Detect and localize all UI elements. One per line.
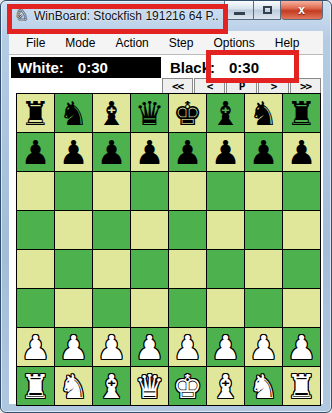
black-pawn-c7[interactable]: ♟ [97, 136, 127, 169]
window-content: White:0:30 Black:0:30 <<<P>>> ♜♞♝♛♚♝♞♜♟♟… [9, 55, 323, 404]
menu-item-step[interactable]: Step [159, 36, 204, 50]
white-pawn-d2[interactable]: ♟ [135, 331, 165, 364]
square-b6[interactable] [55, 172, 92, 210]
black-pawn-g7[interactable]: ♟ [249, 136, 279, 169]
square-h6[interactable] [283, 172, 320, 210]
square-g8[interactable]: ♞ [245, 94, 282, 132]
square-d6[interactable] [131, 172, 168, 210]
square-b3[interactable] [55, 289, 92, 327]
square-c2[interactable]: ♟ [93, 328, 130, 366]
menu-item-options[interactable]: Options [203, 36, 264, 50]
square-e7[interactable]: ♟ [169, 133, 206, 171]
maximize-icon [263, 6, 272, 14]
square-g6[interactable] [245, 172, 282, 210]
winboard-window: ♘ WinBoard: Stockfish 191216 64 P.. x Fi… [0, 0, 332, 413]
black-pawn-f7[interactable]: ♟ [211, 136, 241, 169]
square-h7[interactable]: ♟ [283, 133, 320, 171]
square-b8[interactable]: ♞ [55, 94, 92, 132]
square-f6[interactable] [207, 172, 244, 210]
square-b5[interactable] [55, 211, 92, 249]
square-e3[interactable] [169, 289, 206, 327]
square-a4[interactable] [17, 250, 54, 288]
square-a5[interactable] [17, 211, 54, 249]
white-pawn-b2[interactable]: ♟ [59, 331, 89, 364]
square-e5[interactable] [169, 211, 206, 249]
square-a7[interactable]: ♟ [17, 133, 54, 171]
square-g5[interactable] [245, 211, 282, 249]
menu-item-file[interactable]: File [16, 36, 55, 50]
black-knight-g8[interactable]: ♞ [249, 97, 279, 130]
square-h5[interactable] [283, 211, 320, 249]
square-h3[interactable] [283, 289, 320, 327]
square-f3[interactable] [207, 289, 244, 327]
square-f2[interactable]: ♟ [207, 328, 244, 366]
black-bishop-c8[interactable]: ♝ [97, 97, 127, 130]
square-b4[interactable] [55, 250, 92, 288]
black-rook-h8[interactable]: ♜ [287, 97, 317, 130]
square-g7[interactable]: ♟ [245, 133, 282, 171]
white-clock[interactable]: White:0:30 [11, 57, 161, 78]
square-e6[interactable] [169, 172, 206, 210]
white-pawn-f2[interactable]: ♟ [211, 331, 241, 364]
square-c3[interactable] [93, 289, 130, 327]
square-g4[interactable] [245, 250, 282, 288]
black-knight-b8[interactable]: ♞ [59, 97, 89, 130]
square-e2[interactable]: ♟ [169, 328, 206, 366]
white-knight-b1[interactable]: ♞ [59, 370, 89, 403]
square-a2[interactable]: ♟ [17, 328, 54, 366]
square-g3[interactable] [245, 289, 282, 327]
white-rook-a1[interactable]: ♜ [21, 370, 51, 403]
square-b2[interactable]: ♟ [55, 328, 92, 366]
square-c1[interactable]: ♝ [93, 367, 130, 405]
square-d2[interactable]: ♟ [131, 328, 168, 366]
close-icon: x [298, 3, 305, 17]
white-knight-g1[interactable]: ♞ [249, 370, 279, 403]
white-bishop-c1[interactable]: ♝ [97, 370, 127, 403]
square-h8[interactable]: ♜ [283, 94, 320, 132]
square-h2[interactable]: ♟ [283, 328, 320, 366]
annotation-red-box-title [7, 4, 228, 34]
maximize-button[interactable] [253, 1, 281, 20]
square-d1[interactable]: ♛ [131, 367, 168, 405]
minimize-icon [234, 12, 245, 15]
square-a6[interactable] [17, 172, 54, 210]
square-d7[interactable]: ♟ [131, 133, 168, 171]
chess-board: ♜♞♝♛♚♝♞♜♟♟♟♟♟♟♟♟♟♟♟♟♟♟♟♟♜♞♝♛♚♝♞♜ [16, 93, 321, 406]
square-f8[interactable]: ♝ [207, 94, 244, 132]
square-d4[interactable] [131, 250, 168, 288]
black-pawn-h7[interactable]: ♟ [287, 136, 317, 169]
black-rook-a8[interactable]: ♜ [21, 97, 51, 130]
square-c5[interactable] [93, 211, 130, 249]
square-a8[interactable]: ♜ [17, 94, 54, 132]
square-b1[interactable]: ♞ [55, 367, 92, 405]
white-pawn-a2[interactable]: ♟ [21, 331, 51, 364]
black-pawn-b7[interactable]: ♟ [59, 136, 89, 169]
square-b7[interactable]: ♟ [55, 133, 92, 171]
square-a1[interactable]: ♜ [17, 367, 54, 405]
white-king-e1[interactable]: ♚ [173, 370, 203, 403]
square-f4[interactable] [207, 250, 244, 288]
square-g2[interactable]: ♟ [245, 328, 282, 366]
black-pawn-a7[interactable]: ♟ [21, 136, 51, 169]
square-c7[interactable]: ♟ [93, 133, 130, 171]
black-pawn-d7[interactable]: ♟ [135, 136, 165, 169]
square-c6[interactable] [93, 172, 130, 210]
white-pawn-h2[interactable]: ♟ [287, 331, 317, 364]
square-d3[interactable] [131, 289, 168, 327]
window-controls: x [224, 1, 323, 20]
white-clock-label: White: [18, 59, 64, 76]
menu-item-action[interactable]: Action [105, 36, 158, 50]
minimize-button[interactable] [224, 1, 253, 20]
white-bishop-f1[interactable]: ♝ [211, 370, 241, 403]
black-pawn-e7[interactable]: ♟ [173, 136, 203, 169]
black-king-e8[interactable]: ♚ [173, 97, 203, 130]
square-f7[interactable]: ♟ [207, 133, 244, 171]
menu-item-mode[interactable]: Mode [55, 36, 105, 50]
square-a3[interactable] [17, 289, 54, 327]
square-f1[interactable]: ♝ [207, 367, 244, 405]
square-c8[interactable]: ♝ [93, 94, 130, 132]
white-pawn-g2[interactable]: ♟ [249, 331, 279, 364]
close-button[interactable]: x [281, 1, 323, 20]
black-queen-d8[interactable]: ♛ [135, 97, 165, 130]
square-h1[interactable]: ♜ [283, 367, 320, 405]
square-h4[interactable] [283, 250, 320, 288]
menu-item-help[interactable]: Help [265, 36, 310, 50]
white-pawn-c2[interactable]: ♟ [97, 331, 127, 364]
square-e8[interactable]: ♚ [169, 94, 206, 132]
annotation-red-box-black-clock [206, 50, 299, 83]
white-queen-d1[interactable]: ♛ [135, 370, 165, 403]
white-clock-time: 0:30 [78, 59, 108, 76]
square-g1[interactable]: ♞ [245, 367, 282, 405]
square-e4[interactable] [169, 250, 206, 288]
square-d8[interactable]: ♛ [131, 94, 168, 132]
square-e1[interactable]: ♚ [169, 367, 206, 405]
white-rook-h1[interactable]: ♜ [287, 370, 317, 403]
black-bishop-f8[interactable]: ♝ [211, 97, 241, 130]
square-c4[interactable] [93, 250, 130, 288]
square-d5[interactable] [131, 211, 168, 249]
white-pawn-e2[interactable]: ♟ [173, 331, 203, 364]
square-f5[interactable] [207, 211, 244, 249]
